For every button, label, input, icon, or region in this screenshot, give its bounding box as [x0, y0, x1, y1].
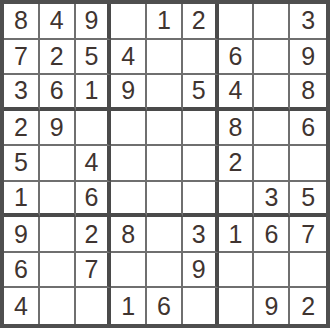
cell-r7c9[interactable]: 7 — [290, 217, 326, 253]
cell-r8c4[interactable] — [111, 253, 147, 289]
cell-r2c4[interactable]: 4 — [111, 40, 147, 76]
cell-r6c9[interactable]: 5 — [290, 182, 326, 218]
cell-r8c6[interactable]: 9 — [183, 253, 219, 289]
cell-r5c3[interactable]: 4 — [76, 146, 112, 182]
cell-r9c7[interactable] — [219, 288, 255, 324]
cell-r5c7[interactable]: 2 — [219, 146, 255, 182]
cell-r4c6[interactable] — [183, 111, 219, 147]
cell-r5c2[interactable] — [40, 146, 76, 182]
cell-r6c5[interactable] — [147, 182, 183, 218]
cell-r9c9[interactable]: 2 — [290, 288, 326, 324]
cell-r1c8[interactable] — [254, 4, 290, 40]
cell-r3c5[interactable] — [147, 75, 183, 111]
sudoku-board: 8491237254693619548298654216359283167679… — [0, 0, 330, 328]
cell-r6c3[interactable]: 6 — [76, 182, 112, 218]
cell-r1c1[interactable]: 8 — [4, 4, 40, 40]
cell-r2c1[interactable]: 7 — [4, 40, 40, 76]
cell-r3c4[interactable]: 9 — [111, 75, 147, 111]
cell-r1c4[interactable] — [111, 4, 147, 40]
cell-r7c2[interactable] — [40, 217, 76, 253]
cell-r2c5[interactable] — [147, 40, 183, 76]
cell-r4c2[interactable]: 9 — [40, 111, 76, 147]
cell-r8c2[interactable] — [40, 253, 76, 289]
cell-r1c3[interactable]: 9 — [76, 4, 112, 40]
cell-r6c8[interactable]: 3 — [254, 182, 290, 218]
cell-r1c5[interactable]: 1 — [147, 4, 183, 40]
cell-r2c9[interactable]: 9 — [290, 40, 326, 76]
cell-r7c1[interactable]: 9 — [4, 217, 40, 253]
cell-r5c5[interactable] — [147, 146, 183, 182]
cell-r6c1[interactable]: 1 — [4, 182, 40, 218]
cell-r7c7[interactable]: 1 — [219, 217, 255, 253]
cell-r8c5[interactable] — [147, 253, 183, 289]
cell-r3c9[interactable]: 8 — [290, 75, 326, 111]
cell-r7c4[interactable]: 8 — [111, 217, 147, 253]
cell-r6c6[interactable] — [183, 182, 219, 218]
cell-r3c6[interactable]: 5 — [183, 75, 219, 111]
cell-r4c7[interactable]: 8 — [219, 111, 255, 147]
cell-r9c1[interactable]: 4 — [4, 288, 40, 324]
cell-r6c7[interactable] — [219, 182, 255, 218]
cell-r5c4[interactable] — [111, 146, 147, 182]
cell-r2c7[interactable]: 6 — [219, 40, 255, 76]
cell-r7c5[interactable] — [147, 217, 183, 253]
cell-r2c8[interactable] — [254, 40, 290, 76]
cell-r4c1[interactable]: 2 — [4, 111, 40, 147]
cell-r1c7[interactable] — [219, 4, 255, 40]
cell-r4c4[interactable] — [111, 111, 147, 147]
cell-r5c1[interactable]: 5 — [4, 146, 40, 182]
cell-r4c5[interactable] — [147, 111, 183, 147]
cell-r4c9[interactable]: 6 — [290, 111, 326, 147]
cell-r2c2[interactable]: 2 — [40, 40, 76, 76]
cell-r5c6[interactable] — [183, 146, 219, 182]
sudoku-grid: 8491237254693619548298654216359283167679… — [4, 4, 326, 324]
cell-r9c6[interactable] — [183, 288, 219, 324]
cell-r6c2[interactable] — [40, 182, 76, 218]
cell-r1c9[interactable]: 3 — [290, 4, 326, 40]
cell-r8c7[interactable] — [219, 253, 255, 289]
cell-r8c1[interactable]: 6 — [4, 253, 40, 289]
cell-r7c3[interactable]: 2 — [76, 217, 112, 253]
cell-r9c4[interactable]: 1 — [111, 288, 147, 324]
cell-r8c3[interactable]: 7 — [76, 253, 112, 289]
cell-r7c8[interactable]: 6 — [254, 217, 290, 253]
cell-r3c3[interactable]: 1 — [76, 75, 112, 111]
cell-r2c3[interactable]: 5 — [76, 40, 112, 76]
cell-r5c8[interactable] — [254, 146, 290, 182]
cell-r4c8[interactable] — [254, 111, 290, 147]
cell-r5c9[interactable] — [290, 146, 326, 182]
cell-r3c8[interactable] — [254, 75, 290, 111]
cell-r4c3[interactable] — [76, 111, 112, 147]
cell-r3c7[interactable]: 4 — [219, 75, 255, 111]
cell-r9c8[interactable]: 9 — [254, 288, 290, 324]
cell-r6c4[interactable] — [111, 182, 147, 218]
cell-r2c6[interactable] — [183, 40, 219, 76]
cell-r9c2[interactable] — [40, 288, 76, 324]
cell-r9c5[interactable]: 6 — [147, 288, 183, 324]
cell-r3c1[interactable]: 3 — [4, 75, 40, 111]
cell-r7c6[interactable]: 3 — [183, 217, 219, 253]
cell-r9c3[interactable] — [76, 288, 112, 324]
cell-r3c2[interactable]: 6 — [40, 75, 76, 111]
cell-r8c8[interactable] — [254, 253, 290, 289]
cell-r8c9[interactable] — [290, 253, 326, 289]
cell-r1c6[interactable]: 2 — [183, 4, 219, 40]
cell-r1c2[interactable]: 4 — [40, 4, 76, 40]
